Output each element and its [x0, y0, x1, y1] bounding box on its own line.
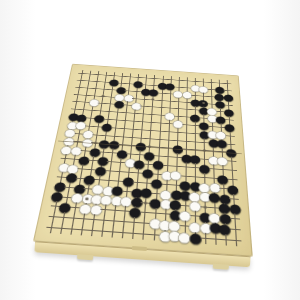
grid-cell: [231, 235, 242, 247]
grid-cell: [200, 233, 210, 245]
grid-cell: ●: [190, 232, 200, 244]
goban-photo: ●●●●●●●●●●●●●●●●●●●●●●●●●●●●●●●●●●●●●●●●…: [0, 0, 300, 300]
grid-cell: ●: [220, 223, 231, 234]
grid-cell: [210, 233, 221, 245]
grid-cell: [230, 214, 241, 225]
board-face: ●●●●●●●●●●●●●●●●●●●●●●●●●●●●●●●●●●●●●●●●…: [33, 64, 253, 257]
grid-cell: [138, 228, 149, 240]
board-foot-left: [77, 254, 93, 260]
board-foot-right: [213, 264, 229, 270]
board-grid: ●●●●●●●●●●●●●●●●●●●●●●●●●●●●●●●●●●●●●●●●…: [45, 70, 242, 247]
grid-cell: [221, 234, 232, 246]
fold-latch: [132, 246, 147, 251]
grid-cell: [230, 224, 241, 235]
go-board: ●●●●●●●●●●●●●●●●●●●●●●●●●●●●●●●●●●●●●●●●…: [47, 29, 252, 266]
